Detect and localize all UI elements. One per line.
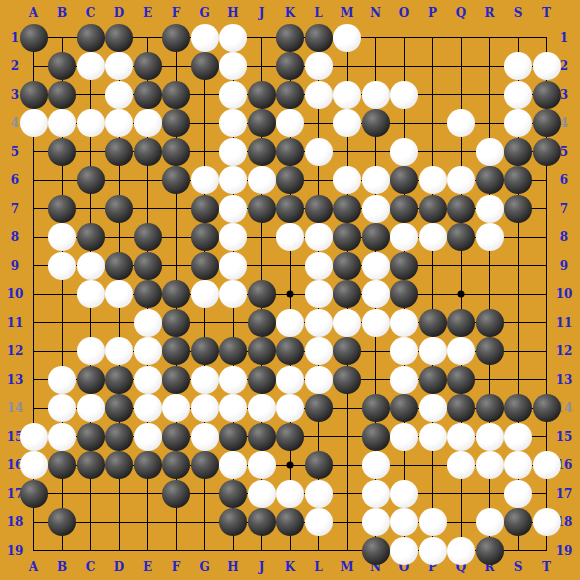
col-label-top-F: F [172, 6, 181, 20]
stone-white-K11 [276, 309, 304, 337]
stone-white-P12 [419, 337, 447, 365]
stone-white-B9 [48, 252, 76, 280]
row-label-right-12: 12 [556, 344, 573, 358]
stone-black-A17 [20, 480, 48, 508]
stone-white-L18 [305, 508, 333, 536]
stone-white-C4 [77, 109, 105, 137]
stone-white-R16 [476, 451, 504, 479]
stone-white-H14 [219, 394, 247, 422]
stone-black-M13 [333, 366, 361, 394]
stone-black-L7 [305, 195, 333, 223]
col-label-top-Q: Q [456, 6, 466, 20]
stone-black-O14 [390, 394, 418, 422]
stone-black-K1 [276, 24, 304, 52]
stone-black-B18 [48, 508, 76, 536]
stone-white-S4 [504, 109, 532, 137]
stone-black-F1 [162, 24, 190, 52]
stone-black-P13 [419, 366, 447, 394]
stone-black-D15 [105, 423, 133, 451]
stone-white-K13 [276, 366, 304, 394]
col-label-bottom-M: M [340, 560, 353, 574]
row-label-left-19: 19 [7, 544, 24, 558]
stone-white-D3 [105, 81, 133, 109]
stone-black-M9 [333, 252, 361, 280]
stone-black-Q11 [447, 309, 475, 337]
row-label-left-13: 13 [7, 373, 24, 387]
stone-black-Q13 [447, 366, 475, 394]
stone-white-R7 [476, 195, 504, 223]
stone-black-K12 [276, 337, 304, 365]
stone-white-N17 [362, 480, 390, 508]
row-label-right-4: 4 [560, 116, 568, 130]
stone-black-K18 [276, 508, 304, 536]
stone-black-M12 [333, 337, 361, 365]
stone-white-G14 [191, 394, 219, 422]
stone-black-G9 [191, 252, 219, 280]
stone-black-L1 [305, 24, 333, 52]
stone-black-S5 [504, 138, 532, 166]
stone-white-T16 [533, 451, 561, 479]
stone-black-G2 [191, 52, 219, 80]
col-label-top-L: L [314, 6, 322, 20]
stone-white-G15 [191, 423, 219, 451]
col-label-top-H: H [227, 6, 238, 20]
stone-white-G13 [191, 366, 219, 394]
stone-white-C2 [77, 52, 105, 80]
stone-white-F14 [162, 394, 190, 422]
stone-white-N3 [362, 81, 390, 109]
stone-black-F5 [162, 138, 190, 166]
stone-white-O19 [390, 537, 418, 565]
stone-black-H18 [219, 508, 247, 536]
row-label-left-3: 3 [11, 88, 19, 102]
stone-black-F13 [162, 366, 190, 394]
col-label-bottom-A: A [29, 560, 38, 574]
stone-white-H1 [219, 24, 247, 52]
stone-black-D5 [105, 138, 133, 166]
row-label-left-9: 9 [11, 259, 19, 273]
row-label-right-19: 19 [556, 544, 573, 558]
stone-black-J10 [248, 280, 276, 308]
stone-white-O17 [390, 480, 418, 508]
stone-white-T18 [533, 508, 561, 536]
stone-white-J6 [248, 166, 276, 194]
stone-black-E10 [134, 280, 162, 308]
stone-black-D7 [105, 195, 133, 223]
stone-black-R14 [476, 394, 504, 422]
col-label-bottom-K: K [285, 560, 295, 574]
stone-white-N9 [362, 252, 390, 280]
stone-black-E5 [134, 138, 162, 166]
stone-white-B14 [48, 394, 76, 422]
stone-black-Q8 [447, 223, 475, 251]
stone-white-R18 [476, 508, 504, 536]
stone-black-J5 [248, 138, 276, 166]
stone-white-J16 [248, 451, 276, 479]
stone-black-C1 [77, 24, 105, 52]
stone-black-L14 [305, 394, 333, 422]
stone-white-Q12 [447, 337, 475, 365]
stone-white-E14 [134, 394, 162, 422]
stone-black-K2 [276, 52, 304, 80]
stone-white-E15 [134, 423, 162, 451]
stone-black-D13 [105, 366, 133, 394]
stone-white-L2 [305, 52, 333, 80]
stone-black-J15 [248, 423, 276, 451]
stone-black-A3 [20, 81, 48, 109]
stone-white-G6 [191, 166, 219, 194]
stone-white-L17 [305, 480, 333, 508]
col-label-bottom-T: T [542, 560, 551, 574]
grid-line-v-P [432, 37, 433, 551]
stone-white-Q6 [447, 166, 475, 194]
col-label-top-N: N [370, 6, 381, 20]
col-label-top-K: K [285, 6, 295, 20]
stone-black-P11 [419, 309, 447, 337]
stone-black-B5 [48, 138, 76, 166]
row-label-right-3: 3 [560, 88, 568, 102]
stone-white-G10 [191, 280, 219, 308]
stone-black-S7 [504, 195, 532, 223]
stone-white-H5 [219, 138, 247, 166]
stone-white-R15 [476, 423, 504, 451]
stone-black-R6 [476, 166, 504, 194]
row-label-left-4: 4 [11, 116, 19, 130]
row-label-left-5: 5 [11, 145, 19, 159]
col-label-bottom-B: B [57, 560, 67, 574]
stone-white-G1 [191, 24, 219, 52]
stone-white-Q4 [447, 109, 475, 137]
stone-black-M10 [333, 280, 361, 308]
row-label-left-18: 18 [7, 515, 24, 529]
stone-white-K4 [276, 109, 304, 137]
stone-black-O9 [390, 252, 418, 280]
stone-white-S17 [504, 480, 532, 508]
stone-white-L3 [305, 81, 333, 109]
stone-black-D9 [105, 252, 133, 280]
col-label-top-G: G [199, 6, 209, 20]
stone-white-B13 [48, 366, 76, 394]
stone-white-E12 [134, 337, 162, 365]
col-label-bottom-G: G [199, 560, 209, 574]
stone-black-E9 [134, 252, 162, 280]
stone-black-A1 [20, 24, 48, 52]
stone-white-L12 [305, 337, 333, 365]
stone-white-C10 [77, 280, 105, 308]
stone-black-J11 [248, 309, 276, 337]
stone-white-H6 [219, 166, 247, 194]
col-label-top-B: B [57, 6, 67, 20]
row-label-left-12: 12 [7, 344, 24, 358]
stone-black-T5 [533, 138, 561, 166]
stone-black-K15 [276, 423, 304, 451]
stone-black-G8 [191, 223, 219, 251]
stone-white-O3 [390, 81, 418, 109]
col-label-top-R: R [485, 6, 495, 20]
stone-black-B16 [48, 451, 76, 479]
stone-white-K14 [276, 394, 304, 422]
row-label-right-15: 15 [556, 430, 573, 444]
stone-white-N18 [362, 508, 390, 536]
stone-white-O8 [390, 223, 418, 251]
stone-black-F16 [162, 451, 190, 479]
row-label-left-6: 6 [11, 173, 19, 187]
star-point-Q10 [458, 291, 465, 298]
stone-black-O7 [390, 195, 418, 223]
row-label-left-2: 2 [11, 59, 19, 73]
stone-black-D1 [105, 24, 133, 52]
stone-black-F6 [162, 166, 190, 194]
col-label-bottom-E: E [143, 560, 152, 574]
stone-black-J7 [248, 195, 276, 223]
stone-black-S18 [504, 508, 532, 536]
stone-black-S14 [504, 394, 532, 422]
stone-black-M8 [333, 223, 361, 251]
stone-black-G12 [191, 337, 219, 365]
stone-black-B2 [48, 52, 76, 80]
stone-black-Q7 [447, 195, 475, 223]
stone-black-N14 [362, 394, 390, 422]
stone-white-N11 [362, 309, 390, 337]
stone-black-B7 [48, 195, 76, 223]
stone-black-S6 [504, 166, 532, 194]
stone-black-T4 [533, 109, 561, 137]
stone-white-L9 [305, 252, 333, 280]
stone-white-C12 [77, 337, 105, 365]
stone-white-O11 [390, 309, 418, 337]
stone-black-F10 [162, 280, 190, 308]
row-label-right-5: 5 [560, 145, 568, 159]
star-point-K10 [287, 291, 294, 298]
stone-black-K3 [276, 81, 304, 109]
go-board[interactable]: AABBCCDDEEFFGGHHJJKKLLMMNNOOPPQQRRSSTT11… [0, 0, 580, 580]
stone-white-Q16 [447, 451, 475, 479]
stone-black-J13 [248, 366, 276, 394]
stone-white-T2 [533, 52, 561, 80]
stone-black-E3 [134, 81, 162, 109]
row-label-right-1: 1 [560, 31, 568, 45]
stone-black-G16 [191, 451, 219, 479]
stone-white-Q15 [447, 423, 475, 451]
stone-white-R8 [476, 223, 504, 251]
stone-black-L16 [305, 451, 333, 479]
stone-white-A4 [20, 109, 48, 137]
row-label-right-10: 10 [556, 287, 573, 301]
stone-black-F3 [162, 81, 190, 109]
stone-white-E4 [134, 109, 162, 137]
stone-white-H3 [219, 81, 247, 109]
col-label-bottom-S: S [514, 560, 523, 574]
stone-white-S2 [504, 52, 532, 80]
stone-white-J14 [248, 394, 276, 422]
col-label-bottom-H: H [227, 560, 238, 574]
stone-white-N10 [362, 280, 390, 308]
stone-white-D2 [105, 52, 133, 80]
stone-white-K8 [276, 223, 304, 251]
stone-white-S3 [504, 81, 532, 109]
stone-white-S15 [504, 423, 532, 451]
stone-black-D16 [105, 451, 133, 479]
col-label-top-A: A [29, 6, 38, 20]
stone-white-M11 [333, 309, 361, 337]
col-label-top-O: O [399, 6, 409, 20]
stone-white-A16 [20, 451, 48, 479]
stone-black-D14 [105, 394, 133, 422]
row-label-right-9: 9 [560, 259, 568, 273]
stone-white-R5 [476, 138, 504, 166]
stone-white-S16 [504, 451, 532, 479]
stone-white-B8 [48, 223, 76, 251]
stone-black-F12 [162, 337, 190, 365]
stone-white-H7 [219, 195, 247, 223]
stone-black-F15 [162, 423, 190, 451]
stone-white-N6 [362, 166, 390, 194]
stone-white-D12 [105, 337, 133, 365]
stone-white-H4 [219, 109, 247, 137]
stone-white-P15 [419, 423, 447, 451]
row-label-right-11: 11 [556, 316, 573, 330]
stone-black-E16 [134, 451, 162, 479]
row-label-left-10: 10 [7, 287, 24, 301]
stone-black-R12 [476, 337, 504, 365]
stone-white-L5 [305, 138, 333, 166]
stone-black-E8 [134, 223, 162, 251]
col-label-bottom-D: D [114, 560, 124, 574]
stone-white-P18 [419, 508, 447, 536]
stone-white-L10 [305, 280, 333, 308]
col-label-bottom-L: L [314, 560, 322, 574]
stone-black-F17 [162, 480, 190, 508]
stone-white-O12 [390, 337, 418, 365]
stone-white-O18 [390, 508, 418, 536]
stone-white-H10 [219, 280, 247, 308]
stone-black-C6 [77, 166, 105, 194]
stone-black-N4 [362, 109, 390, 137]
col-label-bottom-F: F [172, 560, 181, 574]
stone-white-J17 [248, 480, 276, 508]
stone-white-Q19 [447, 537, 475, 565]
stone-black-H17 [219, 480, 247, 508]
stone-white-H13 [219, 366, 247, 394]
row-label-left-7: 7 [11, 202, 19, 216]
stone-white-M3 [333, 81, 361, 109]
col-label-bottom-J: J [259, 560, 265, 574]
stone-white-E13 [134, 366, 162, 394]
stone-white-A15 [20, 423, 48, 451]
stone-white-L11 [305, 309, 333, 337]
row-label-left-1: 1 [11, 31, 19, 45]
row-label-right-17: 17 [556, 487, 573, 501]
stone-white-E11 [134, 309, 162, 337]
stone-white-B4 [48, 109, 76, 137]
stone-black-J3 [248, 81, 276, 109]
stone-black-J12 [248, 337, 276, 365]
stone-black-J18 [248, 508, 276, 536]
stone-black-K7 [276, 195, 304, 223]
stone-white-P19 [419, 537, 447, 565]
col-label-top-T: T [542, 6, 551, 20]
stone-black-N15 [362, 423, 390, 451]
col-label-top-P: P [428, 6, 437, 20]
stone-white-N16 [362, 451, 390, 479]
stone-black-M7 [333, 195, 361, 223]
col-label-top-S: S [514, 6, 523, 20]
stone-black-K6 [276, 166, 304, 194]
stone-white-O5 [390, 138, 418, 166]
stone-black-N8 [362, 223, 390, 251]
row-label-left-8: 8 [11, 230, 19, 244]
stone-white-P14 [419, 394, 447, 422]
stone-black-F4 [162, 109, 190, 137]
stone-white-C14 [77, 394, 105, 422]
stone-black-B3 [48, 81, 76, 109]
stone-black-E2 [134, 52, 162, 80]
stone-black-G7 [191, 195, 219, 223]
stone-white-O13 [390, 366, 418, 394]
row-label-right-6: 6 [560, 173, 568, 187]
stone-black-C15 [77, 423, 105, 451]
stone-black-R19 [476, 537, 504, 565]
col-label-top-D: D [114, 6, 124, 20]
stone-black-H15 [219, 423, 247, 451]
stone-black-N19 [362, 537, 390, 565]
stone-black-C13 [77, 366, 105, 394]
stone-white-M6 [333, 166, 361, 194]
col-label-bottom-C: C [86, 560, 96, 574]
stone-white-M1 [333, 24, 361, 52]
stone-white-C9 [77, 252, 105, 280]
col-label-top-C: C [86, 6, 96, 20]
stone-white-H16 [219, 451, 247, 479]
stone-white-P6 [419, 166, 447, 194]
stone-black-H12 [219, 337, 247, 365]
stone-white-H8 [219, 223, 247, 251]
star-point-K16 [287, 462, 294, 469]
stone-white-D4 [105, 109, 133, 137]
stone-black-R11 [476, 309, 504, 337]
stone-white-M4 [333, 109, 361, 137]
stone-white-K17 [276, 480, 304, 508]
col-label-top-M: M [340, 6, 353, 20]
stone-black-T3 [533, 81, 561, 109]
stone-white-H2 [219, 52, 247, 80]
stone-white-O15 [390, 423, 418, 451]
stone-black-C8 [77, 223, 105, 251]
stone-white-H9 [219, 252, 247, 280]
stone-white-D10 [105, 280, 133, 308]
col-label-top-J: J [259, 6, 265, 20]
stone-black-T14 [533, 394, 561, 422]
stone-black-K5 [276, 138, 304, 166]
stone-black-P7 [419, 195, 447, 223]
row-label-left-14: 14 [7, 401, 24, 415]
stone-black-O6 [390, 166, 418, 194]
row-label-right-8: 8 [560, 230, 568, 244]
row-label-left-11: 11 [7, 316, 24, 330]
stone-black-Q14 [447, 394, 475, 422]
stone-white-L13 [305, 366, 333, 394]
stone-white-B15 [48, 423, 76, 451]
row-label-right-7: 7 [560, 202, 568, 216]
row-label-right-2: 2 [560, 59, 568, 73]
stone-black-O10 [390, 280, 418, 308]
stone-black-F11 [162, 309, 190, 337]
stone-white-P8 [419, 223, 447, 251]
row-label-right-13: 13 [556, 373, 573, 387]
stone-white-L8 [305, 223, 333, 251]
stone-black-C16 [77, 451, 105, 479]
stone-white-N7 [362, 195, 390, 223]
